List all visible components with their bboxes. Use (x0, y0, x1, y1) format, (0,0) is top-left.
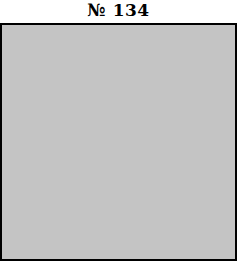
chess-diagram: № 134 (0, 0, 237, 261)
chess-board (0, 23, 237, 261)
diagram-number: № 134 (0, 0, 237, 23)
